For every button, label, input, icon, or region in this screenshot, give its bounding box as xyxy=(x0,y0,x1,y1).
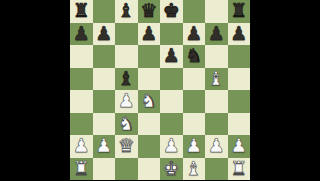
square-f1[interactable]: ♝ xyxy=(183,158,206,181)
piece-black-king: ♚ xyxy=(163,0,180,21)
square-c6[interactable] xyxy=(115,45,138,68)
piece-black-rook: ♜ xyxy=(230,0,247,21)
square-g5[interactable]: ♝ xyxy=(205,68,228,91)
square-h2[interactable]: ♟ xyxy=(228,135,251,158)
square-a2[interactable]: ♟ xyxy=(70,135,93,158)
square-b3[interactable] xyxy=(93,113,116,136)
piece-white-king: ♚ xyxy=(163,158,180,179)
piece-white-knight: ♞ xyxy=(118,113,135,134)
piece-black-rook: ♜ xyxy=(73,0,90,21)
square-b2[interactable]: ♟ xyxy=(93,135,116,158)
piece-black-pawn: ♟ xyxy=(73,23,90,44)
square-a6[interactable] xyxy=(70,45,93,68)
square-a5[interactable] xyxy=(70,68,93,91)
square-g8[interactable] xyxy=(205,0,228,23)
square-e7[interactable] xyxy=(160,23,183,46)
piece-black-pawn: ♟ xyxy=(95,23,112,44)
square-e4[interactable] xyxy=(160,90,183,113)
square-d7[interactable]: ♟ xyxy=(138,23,161,46)
square-d2[interactable] xyxy=(138,135,161,158)
square-c5[interactable]: ♝ xyxy=(115,68,138,91)
square-f6[interactable]: ♞ xyxy=(183,45,206,68)
square-h7[interactable]: ♟ xyxy=(228,23,251,46)
square-c8[interactable]: ♝ xyxy=(115,0,138,23)
square-f4[interactable] xyxy=(183,90,206,113)
piece-white-pawn: ♟ xyxy=(163,135,180,156)
square-g2[interactable]: ♟ xyxy=(205,135,228,158)
square-c1[interactable] xyxy=(115,158,138,181)
square-f7[interactable]: ♟ xyxy=(183,23,206,46)
square-a3[interactable] xyxy=(70,113,93,136)
letterbox-right xyxy=(250,0,320,180)
square-b6[interactable] xyxy=(93,45,116,68)
piece-white-pawn: ♟ xyxy=(185,135,202,156)
square-h6[interactable] xyxy=(228,45,251,68)
piece-white-bishop: ♝ xyxy=(208,68,225,89)
square-h3[interactable] xyxy=(228,113,251,136)
square-d8[interactable]: ♛ xyxy=(138,0,161,23)
square-g3[interactable] xyxy=(205,113,228,136)
square-b5[interactable] xyxy=(93,68,116,91)
piece-white-knight: ♞ xyxy=(140,90,157,111)
square-c2[interactable]: ♛ xyxy=(115,135,138,158)
square-g6[interactable] xyxy=(205,45,228,68)
square-g7[interactable]: ♟ xyxy=(205,23,228,46)
square-f5[interactable] xyxy=(183,68,206,91)
square-d1[interactable] xyxy=(138,158,161,181)
piece-black-pawn: ♟ xyxy=(163,45,180,66)
piece-white-rook: ♜ xyxy=(73,158,90,179)
piece-white-queen: ♛ xyxy=(118,135,135,156)
piece-white-bishop: ♝ xyxy=(185,158,202,179)
square-e6[interactable]: ♟ xyxy=(160,45,183,68)
piece-black-knight: ♞ xyxy=(185,45,202,66)
square-f3[interactable] xyxy=(183,113,206,136)
piece-white-pawn: ♟ xyxy=(118,90,135,111)
piece-black-pawn: ♟ xyxy=(140,23,157,44)
square-b8[interactable] xyxy=(93,0,116,23)
square-f8[interactable] xyxy=(183,0,206,23)
square-c7[interactable] xyxy=(115,23,138,46)
square-b1[interactable] xyxy=(93,158,116,181)
piece-white-rook: ♜ xyxy=(230,158,247,179)
square-a4[interactable] xyxy=(70,90,93,113)
square-h5[interactable] xyxy=(228,68,251,91)
chess-app-screen: ♜♝♛♚♜♟♟♟♟♟♟♟♞♝♝♟♞♞♟♟♛♟♟♟♟♜♚♝♜ xyxy=(0,0,320,180)
piece-black-queen: ♛ xyxy=(140,0,157,21)
square-a7[interactable]: ♟ xyxy=(70,23,93,46)
piece-white-pawn: ♟ xyxy=(73,135,90,156)
square-b4[interactable] xyxy=(93,90,116,113)
square-e3[interactable] xyxy=(160,113,183,136)
square-g1[interactable] xyxy=(205,158,228,181)
square-h8[interactable]: ♜ xyxy=(228,0,251,23)
square-f2[interactable]: ♟ xyxy=(183,135,206,158)
letterbox-left xyxy=(0,0,70,180)
square-h1[interactable]: ♜ xyxy=(228,158,251,181)
piece-black-pawn: ♟ xyxy=(230,23,247,44)
square-a8[interactable]: ♜ xyxy=(70,0,93,23)
square-d5[interactable] xyxy=(138,68,161,91)
square-d4[interactable]: ♞ xyxy=(138,90,161,113)
piece-white-pawn: ♟ xyxy=(208,135,225,156)
square-g4[interactable] xyxy=(205,90,228,113)
square-e5[interactable] xyxy=(160,68,183,91)
square-e2[interactable]: ♟ xyxy=(160,135,183,158)
square-a1[interactable]: ♜ xyxy=(70,158,93,181)
square-b7[interactable]: ♟ xyxy=(93,23,116,46)
square-d6[interactable] xyxy=(138,45,161,68)
piece-black-bishop: ♝ xyxy=(118,0,135,21)
piece-white-pawn: ♟ xyxy=(95,135,112,156)
square-e8[interactable]: ♚ xyxy=(160,0,183,23)
square-c3[interactable]: ♞ xyxy=(115,113,138,136)
square-h4[interactable] xyxy=(228,90,251,113)
piece-black-bishop: ♝ xyxy=(118,68,135,89)
chessboard: ♜♝♛♚♜♟♟♟♟♟♟♟♞♝♝♟♞♞♟♟♛♟♟♟♟♜♚♝♜ xyxy=(70,0,250,180)
square-c4[interactable]: ♟ xyxy=(115,90,138,113)
square-d3[interactable] xyxy=(138,113,161,136)
piece-white-pawn: ♟ xyxy=(230,135,247,156)
piece-black-pawn: ♟ xyxy=(208,23,225,44)
piece-black-pawn: ♟ xyxy=(185,23,202,44)
square-e1[interactable]: ♚ xyxy=(160,158,183,181)
